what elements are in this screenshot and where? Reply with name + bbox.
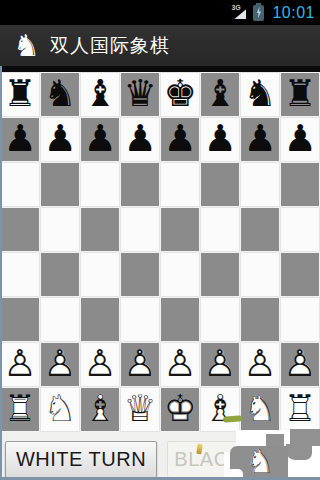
- square-a4[interactable]: [0, 252, 40, 297]
- watermark-block: [286, 444, 312, 460]
- square-e3[interactable]: [160, 297, 200, 342]
- square-a8[interactable]: ♜: [0, 72, 40, 117]
- piece-black-pawn: ♟: [0, 117, 40, 162]
- screenshot-border: [0, 66, 2, 480]
- square-h1[interactable]: ♜♖: [280, 387, 320, 432]
- square-b7[interactable]: ♟: [40, 117, 80, 162]
- piece-white-pawn: ♟♙: [120, 342, 160, 387]
- chess-board: ♜♞♝♛♚♝♞♜♟♟♟♟♟♟♟♟♟♙♟♙♟♙♟♙♟♙♟♙♟♙♟♙♜♖♞♘♝♗♛♕…: [0, 72, 320, 432]
- piece-white-bishop: ♝♗: [80, 387, 120, 432]
- square-d1[interactable]: ♛♕: [120, 387, 160, 432]
- status-clock: 10:01: [270, 4, 317, 22]
- square-c5[interactable]: [80, 207, 120, 252]
- square-f4[interactable]: [200, 252, 240, 297]
- square-d3[interactable]: [120, 297, 160, 342]
- piece-white-pawn: ♟♙: [80, 342, 120, 387]
- square-e1[interactable]: ♚♔: [160, 387, 200, 432]
- piece-black-queen: ♛: [120, 72, 160, 117]
- square-f8[interactable]: ♝: [200, 72, 240, 117]
- piece-black-pawn: ♟: [200, 117, 240, 162]
- square-c3[interactable]: [80, 297, 120, 342]
- square-c6[interactable]: [80, 162, 120, 207]
- square-d5[interactable]: [120, 207, 160, 252]
- piece-black-pawn: ♟: [40, 117, 80, 162]
- square-e4[interactable]: [160, 252, 200, 297]
- square-c2[interactable]: ♟♙: [80, 342, 120, 387]
- square-d6[interactable]: [120, 162, 160, 207]
- square-g5[interactable]: [240, 207, 280, 252]
- square-b3[interactable]: [40, 297, 80, 342]
- square-c7[interactable]: ♟: [80, 117, 120, 162]
- square-f7[interactable]: ♟: [200, 117, 240, 162]
- piece-black-rook: ♜: [0, 72, 40, 117]
- square-a2[interactable]: ♟♙: [0, 342, 40, 387]
- square-f5[interactable]: [200, 207, 240, 252]
- piece-white-king: ♚♔: [160, 387, 200, 432]
- app-title-bar: ♞ 双人国际象棋: [0, 25, 320, 66]
- piece-white-pawn: ♟♙: [40, 342, 80, 387]
- status-bar: 3G 10:01: [0, 0, 320, 25]
- square-b2[interactable]: ♟♙: [40, 342, 80, 387]
- square-a7[interactable]: ♟: [0, 117, 40, 162]
- square-c1[interactable]: ♝♗: [80, 387, 120, 432]
- square-g6[interactable]: [240, 162, 280, 207]
- piece-black-bishop: ♝: [200, 72, 240, 117]
- square-c8[interactable]: ♝: [80, 72, 120, 117]
- phone-screen: 3G 10:01 ♞ 双人国际象棋 ♜♞♝♛♚♝♞♜♟♟♟♟♟♟♟♟♟♙♟♙♟♙…: [0, 0, 320, 480]
- piece-black-knight: ♞: [240, 72, 280, 117]
- piece-white-pawn: ♟♙: [280, 342, 320, 387]
- piece-white-rook: ♜♖: [280, 387, 320, 432]
- knight-app-icon: ♞: [13, 28, 40, 64]
- square-g3[interactable]: [240, 297, 280, 342]
- square-a3[interactable]: [0, 297, 40, 342]
- square-b5[interactable]: [40, 207, 80, 252]
- square-h8[interactable]: ♜: [280, 72, 320, 117]
- battery-charging-icon: [253, 5, 264, 21]
- piece-white-knight: ♞♘: [40, 387, 80, 432]
- lightning-bolt-icon: [255, 7, 262, 19]
- piece-white-pawn: ♟♙: [0, 342, 40, 387]
- square-b8[interactable]: ♞: [40, 72, 80, 117]
- square-g8[interactable]: ♞: [240, 72, 280, 117]
- square-a5[interactable]: [0, 207, 40, 252]
- square-e6[interactable]: [160, 162, 200, 207]
- piece-black-bishop: ♝: [80, 72, 120, 117]
- piece-white-bishop: ♝♗: [200, 387, 240, 432]
- square-h2[interactable]: ♟♙: [280, 342, 320, 387]
- square-e2[interactable]: ♟♙: [160, 342, 200, 387]
- square-a1[interactable]: ♜♖: [0, 387, 40, 432]
- square-d7[interactable]: ♟: [120, 117, 160, 162]
- square-f6[interactable]: [200, 162, 240, 207]
- piece-white-pawn: ♟♙: [200, 342, 240, 387]
- piece-black-pawn: ♟: [80, 117, 120, 162]
- network-type-label: 3G: [231, 4, 240, 11]
- square-f1[interactable]: ♝♗: [200, 387, 240, 432]
- signal-3g-icon: 3G: [230, 3, 248, 22]
- square-b4[interactable]: [40, 252, 80, 297]
- square-h4[interactable]: [280, 252, 320, 297]
- piece-black-pawn: ♟: [160, 117, 200, 162]
- square-e7[interactable]: ♟: [160, 117, 200, 162]
- piece-white-knight: ♞♘: [240, 387, 280, 432]
- piece-black-king: ♚: [160, 72, 200, 117]
- square-d8[interactable]: ♛: [120, 72, 160, 117]
- piece-black-rook: ♜: [280, 72, 320, 117]
- piece-white-pawn: ♟♙: [240, 342, 280, 387]
- app-title: 双人国际象棋: [50, 33, 170, 59]
- square-g1[interactable]: ♞♘: [240, 387, 280, 432]
- piece-black-pawn: ♟: [120, 117, 160, 162]
- square-h7[interactable]: ♟: [280, 117, 320, 162]
- square-d4[interactable]: [120, 252, 160, 297]
- square-a6[interactable]: [0, 162, 40, 207]
- piece-white-rook: ♜♖: [0, 387, 40, 432]
- square-h5[interactable]: [280, 207, 320, 252]
- white-turn-button[interactable]: WHITE TURN: [5, 441, 157, 478]
- piece-black-pawn: ♟: [240, 117, 280, 162]
- piece-black-pawn: ♟: [280, 117, 320, 162]
- watermark-knight-outline: ♘: [238, 444, 282, 480]
- square-d2[interactable]: ♟♙: [120, 342, 160, 387]
- square-e8[interactable]: ♚: [160, 72, 200, 117]
- square-e5[interactable]: [160, 207, 200, 252]
- square-g4[interactable]: [240, 252, 280, 297]
- piece-white-queen: ♛♕: [120, 387, 160, 432]
- square-g2[interactable]: ♟♙: [240, 342, 280, 387]
- square-g7[interactable]: ♟: [240, 117, 280, 162]
- piece-black-knight: ♞: [40, 72, 80, 117]
- square-b6[interactable]: [40, 162, 80, 207]
- square-h3[interactable]: [280, 297, 320, 342]
- square-b1[interactable]: ♞♘: [40, 387, 80, 432]
- watermark-knight-icon: ♞ ♘: [238, 444, 282, 480]
- square-h6[interactable]: [280, 162, 320, 207]
- piece-white-pawn: ♟♙: [160, 342, 200, 387]
- square-f2[interactable]: ♟♙: [200, 342, 240, 387]
- square-f3[interactable]: [200, 297, 240, 342]
- square-c4[interactable]: [80, 252, 120, 297]
